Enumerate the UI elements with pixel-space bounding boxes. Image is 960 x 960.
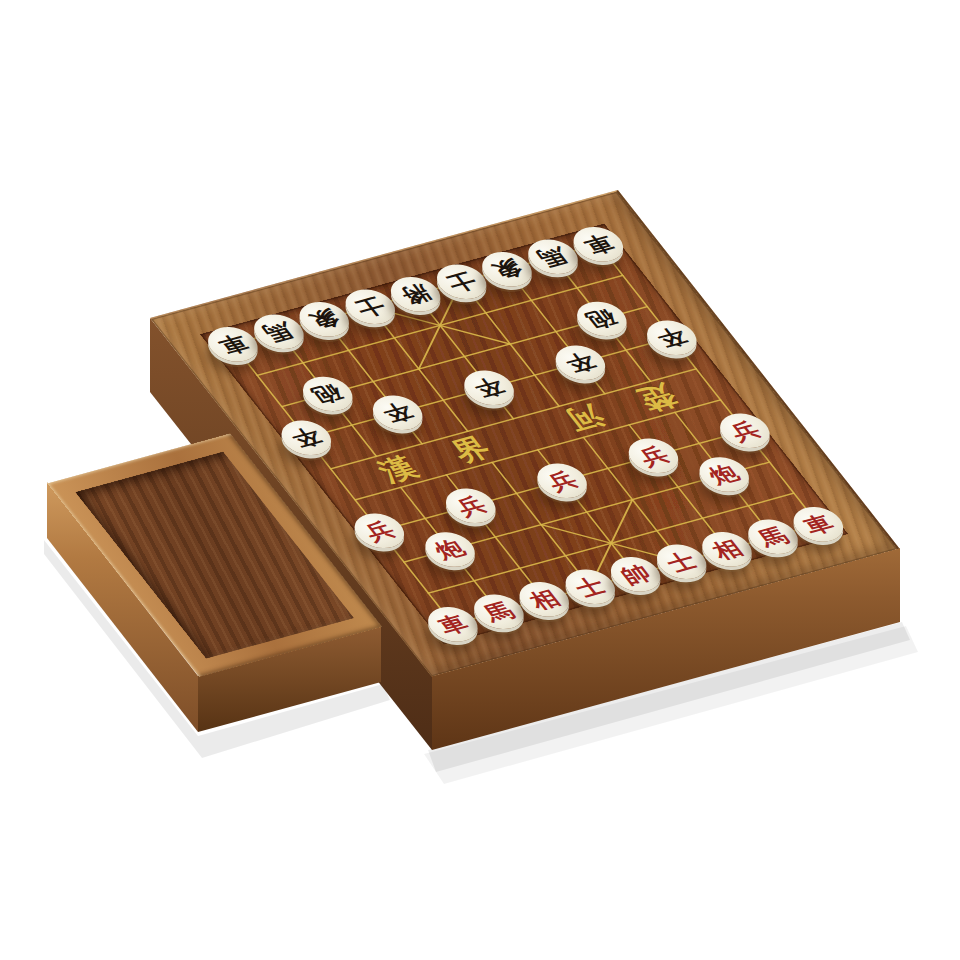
piece-glyph: 馬 <box>259 319 298 344</box>
piece-glyph: 相 <box>525 587 564 612</box>
piece-glyph: 卒 <box>561 350 600 375</box>
piece-glyph: 將 <box>396 282 435 307</box>
piece-glyph: 馬 <box>479 599 518 624</box>
piece-glyph: 兵 <box>360 518 399 543</box>
piece-glyph: 卒 <box>287 425 326 450</box>
piece-glyph: 車 <box>799 512 838 537</box>
product-photo-scene: 漢界河楚 車馬象士將士象馬車砲砲卒卒卒卒卒兵兵兵兵兵炮炮車馬相士帥士相馬車 <box>0 0 960 960</box>
piece-glyph: 帥 <box>616 562 655 587</box>
piece-glyph: 士 <box>351 294 390 319</box>
piece-glyph: 卒 <box>652 325 691 350</box>
piece-glyph: 象 <box>305 307 344 332</box>
piece-glyph: 卒 <box>470 375 509 400</box>
piece-glyph: 馬 <box>533 244 572 269</box>
piece-glyph: 馬 <box>753 524 792 549</box>
piece-glyph: 車 <box>214 332 253 357</box>
piece-glyph: 卒 <box>378 400 417 425</box>
piece-glyph: 士 <box>442 269 481 294</box>
piece-glyph: 兵 <box>452 493 491 518</box>
piece-glyph: 車 <box>579 232 618 257</box>
piece-glyph: 炮 <box>704 462 743 487</box>
piece-glyph: 兵 <box>543 468 582 493</box>
piece-glyph: 炮 <box>430 537 469 562</box>
piece-glyph: 士 <box>662 549 701 574</box>
piece-glyph: 兵 <box>634 443 673 468</box>
piece-glyph: 象 <box>488 257 527 282</box>
piece-glyph: 砲 <box>308 382 347 407</box>
piece-glyph: 車 <box>434 612 473 637</box>
piece-glyph: 士 <box>571 574 610 599</box>
piece-glyph: 兵 <box>726 418 765 443</box>
piece-glyph: 砲 <box>582 307 621 332</box>
piece-glyph: 相 <box>708 537 747 562</box>
